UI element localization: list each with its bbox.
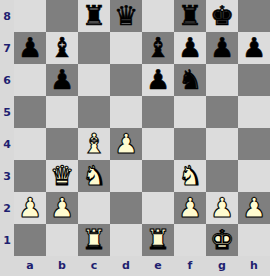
black-pawn-e6[interactable]: ♟ — [142, 64, 174, 96]
square-b1[interactable] — [46, 224, 78, 256]
square-g2[interactable]: ♟ — [206, 192, 238, 224]
square-e7[interactable]: ♝ — [142, 32, 174, 64]
white-pawn-d4[interactable]: ♟ — [110, 128, 142, 160]
file-label-g: g — [206, 256, 238, 276]
file-labels: abcdefgh — [14, 256, 270, 276]
square-e8[interactable] — [142, 0, 174, 32]
square-h1[interactable] — [238, 224, 270, 256]
rank-label-1: 1 — [0, 224, 14, 256]
rank-label-7: 7 — [0, 32, 14, 64]
board-corner-spacer — [0, 256, 14, 276]
square-f1[interactable] — [174, 224, 206, 256]
file-label-h: h — [238, 256, 270, 276]
chess-board: ♜♛♜♚♟♝♝♟♟♟♟♟♞♝♟♛♞♞♟♟♟♟♟♜♜♚ — [14, 0, 270, 256]
file-label-d: d — [110, 256, 142, 276]
square-e3[interactable] — [142, 160, 174, 192]
square-g3[interactable] — [206, 160, 238, 192]
square-d1[interactable] — [110, 224, 142, 256]
file-label-e: e — [142, 256, 174, 276]
square-b5[interactable] — [46, 96, 78, 128]
square-a2[interactable]: ♟ — [14, 192, 46, 224]
square-f3[interactable]: ♞ — [174, 160, 206, 192]
black-rook-f8[interactable]: ♜ — [174, 0, 206, 32]
square-c6[interactable] — [78, 64, 110, 96]
square-g6[interactable] — [206, 64, 238, 96]
white-knight-c3[interactable]: ♞ — [78, 160, 110, 192]
file-label-b: b — [46, 256, 78, 276]
square-a7[interactable]: ♟ — [14, 32, 46, 64]
square-a6[interactable] — [14, 64, 46, 96]
square-h2[interactable]: ♟ — [238, 192, 270, 224]
square-b7[interactable]: ♝ — [46, 32, 78, 64]
white-bishop-c4[interactable]: ♝ — [78, 128, 110, 160]
white-queen-b3[interactable]: ♛ — [46, 160, 78, 192]
rank-label-4: 4 — [0, 128, 14, 160]
square-c5[interactable] — [78, 96, 110, 128]
square-f8[interactable]: ♜ — [174, 0, 206, 32]
black-bishop-e7[interactable]: ♝ — [142, 32, 174, 64]
square-g4[interactable] — [206, 128, 238, 160]
square-e5[interactable] — [142, 96, 174, 128]
square-b8[interactable] — [46, 0, 78, 32]
square-h3[interactable] — [238, 160, 270, 192]
square-f7[interactable]: ♟ — [174, 32, 206, 64]
square-f6[interactable]: ♞ — [174, 64, 206, 96]
square-e6[interactable]: ♟ — [142, 64, 174, 96]
square-h8[interactable] — [238, 0, 270, 32]
square-f5[interactable] — [174, 96, 206, 128]
square-a5[interactable] — [14, 96, 46, 128]
rank-label-2: 2 — [0, 192, 14, 224]
white-rook-e1[interactable]: ♜ — [142, 224, 174, 256]
square-d3[interactable] — [110, 160, 142, 192]
square-f4[interactable] — [174, 128, 206, 160]
rank-label-3: 3 — [0, 160, 14, 192]
square-c3[interactable]: ♞ — [78, 160, 110, 192]
chess-diagram: 87654321 ♜♛♜♚♟♝♝♟♟♟♟♟♞♝♟♛♞♞♟♟♟♟♟♜♜♚ abcd… — [0, 0, 270, 276]
white-pawn-f2[interactable]: ♟ — [174, 192, 206, 224]
black-bishop-b7[interactable]: ♝ — [46, 32, 78, 64]
white-pawn-h2[interactable]: ♟ — [238, 192, 270, 224]
square-g7[interactable]: ♟ — [206, 32, 238, 64]
white-rook-c1[interactable]: ♜ — [78, 224, 110, 256]
square-e1[interactable]: ♜ — [142, 224, 174, 256]
square-d7[interactable] — [110, 32, 142, 64]
file-label-f: f — [174, 256, 206, 276]
square-b2[interactable]: ♟ — [46, 192, 78, 224]
black-pawn-g7[interactable]: ♟ — [206, 32, 238, 64]
file-label-a: a — [14, 256, 46, 276]
square-h7[interactable]: ♟ — [238, 32, 270, 64]
white-pawn-g2[interactable]: ♟ — [206, 192, 238, 224]
file-label-c: c — [78, 256, 110, 276]
black-queen-d8[interactable]: ♛ — [110, 0, 142, 32]
white-king-g1[interactable]: ♚ — [206, 224, 238, 256]
square-d4[interactable]: ♟ — [110, 128, 142, 160]
black-pawn-f7[interactable]: ♟ — [174, 32, 206, 64]
square-c4[interactable]: ♝ — [78, 128, 110, 160]
square-c8[interactable]: ♜ — [78, 0, 110, 32]
rank-labels: 87654321 — [0, 0, 14, 256]
square-d8[interactable]: ♛ — [110, 0, 142, 32]
rank-label-6: 6 — [0, 64, 14, 96]
square-g5[interactable] — [206, 96, 238, 128]
square-d5[interactable] — [110, 96, 142, 128]
rank-label-5: 5 — [0, 96, 14, 128]
square-e2[interactable] — [142, 192, 174, 224]
square-c7[interactable] — [78, 32, 110, 64]
square-b6[interactable]: ♟ — [46, 64, 78, 96]
square-e4[interactable] — [142, 128, 174, 160]
black-knight-f6[interactable]: ♞ — [174, 64, 206, 96]
black-pawn-b6[interactable]: ♟ — [46, 64, 78, 96]
white-pawn-b2[interactable]: ♟ — [46, 192, 78, 224]
black-rook-c8[interactable]: ♜ — [78, 0, 110, 32]
white-pawn-a2[interactable]: ♟ — [14, 192, 46, 224]
square-c2[interactable] — [78, 192, 110, 224]
square-b4[interactable] — [46, 128, 78, 160]
square-h4[interactable] — [238, 128, 270, 160]
square-a3[interactable] — [14, 160, 46, 192]
square-g8[interactable]: ♚ — [206, 0, 238, 32]
square-a1[interactable] — [14, 224, 46, 256]
rank-label-8: 8 — [0, 0, 14, 32]
square-h5[interactable] — [238, 96, 270, 128]
square-h6[interactable] — [238, 64, 270, 96]
square-g1[interactable]: ♚ — [206, 224, 238, 256]
black-pawn-h7[interactable]: ♟ — [238, 32, 270, 64]
square-d6[interactable] — [110, 64, 142, 96]
square-b3[interactable]: ♛ — [46, 160, 78, 192]
square-f2[interactable]: ♟ — [174, 192, 206, 224]
black-pawn-a7[interactable]: ♟ — [14, 32, 46, 64]
square-d2[interactable] — [110, 192, 142, 224]
square-c1[interactable]: ♜ — [78, 224, 110, 256]
square-a8[interactable] — [14, 0, 46, 32]
square-a4[interactable] — [14, 128, 46, 160]
black-king-g8[interactable]: ♚ — [206, 0, 238, 32]
white-knight-f3[interactable]: ♞ — [174, 160, 206, 192]
